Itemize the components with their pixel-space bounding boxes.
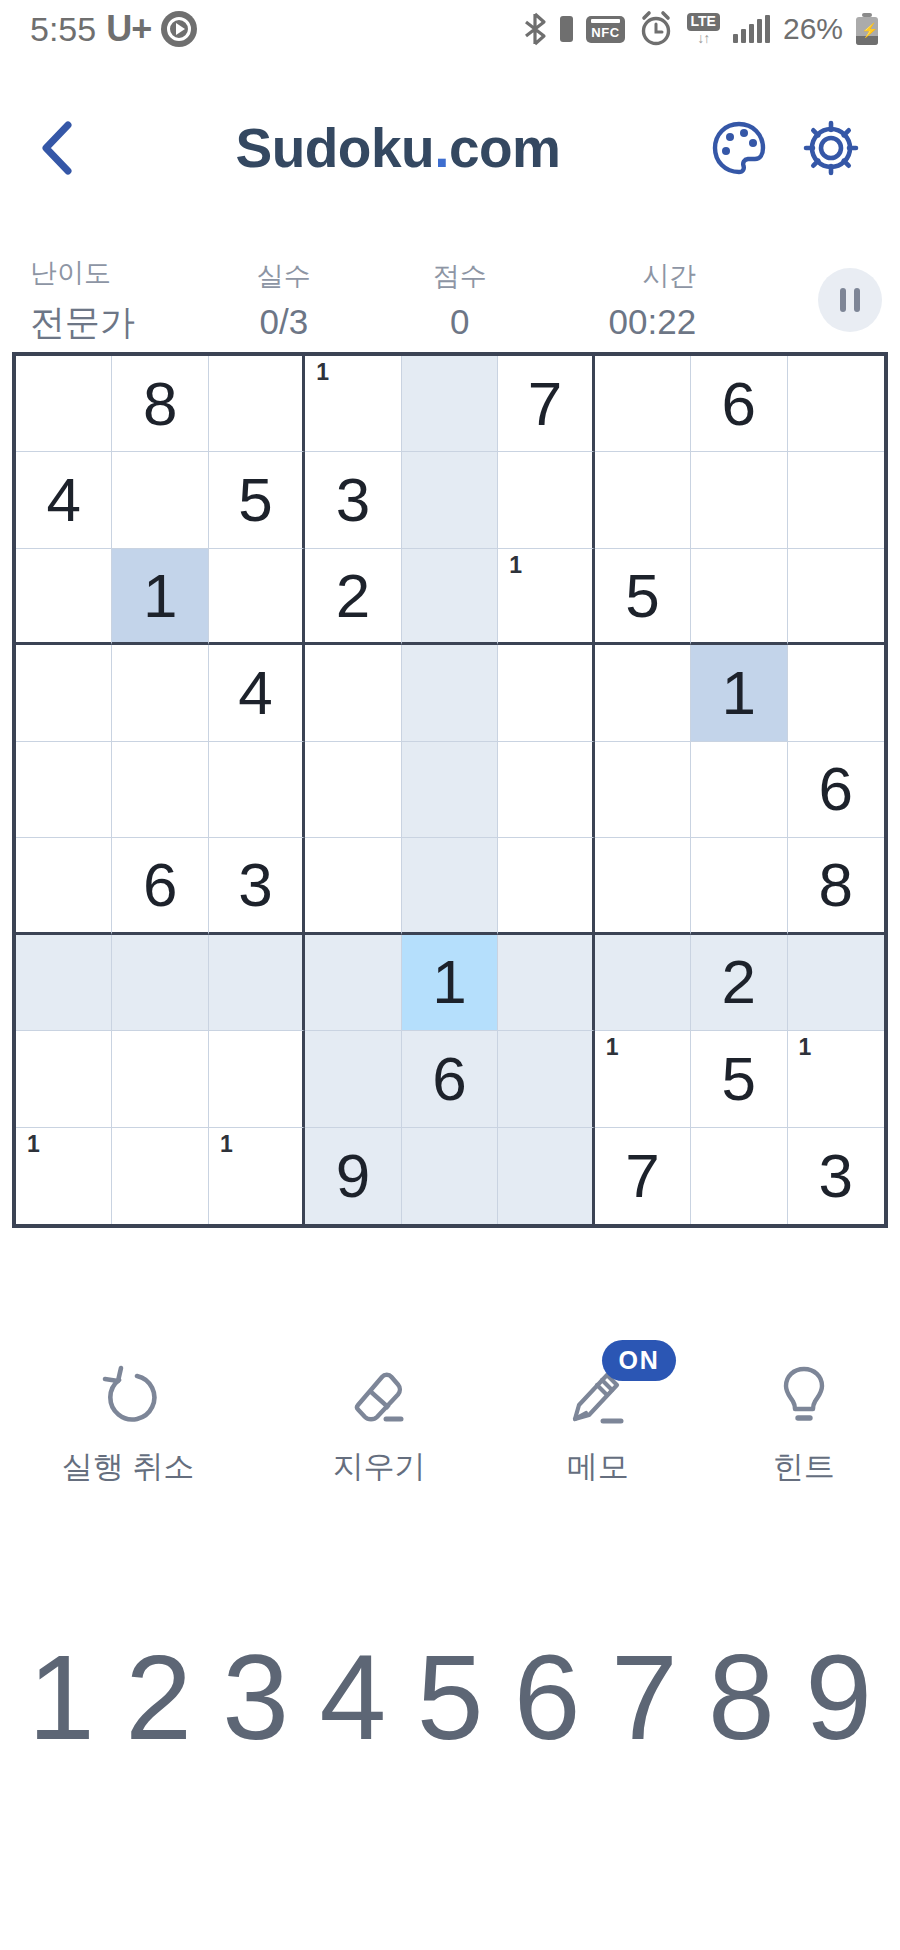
clock: 5:55 [30,10,96,49]
cell-r6c9[interactable]: 8 [788,838,884,934]
play-badge-icon [161,11,197,47]
cell-r8c4[interactable] [305,1031,401,1127]
cell-r6c6[interactable] [498,838,594,934]
cell-r3c3[interactable] [209,549,305,645]
cell-digit: 7 [625,1145,659,1207]
cell-digit: 1 [143,565,177,627]
carrier-logo: U+ [106,8,151,50]
cell-r8c2[interactable] [112,1031,208,1127]
hint-bulb-icon [770,1362,838,1430]
cell-r7c2[interactable] [112,935,208,1031]
cell-r9c1[interactable]: 1 [16,1128,112,1224]
cell-r9c2[interactable] [112,1128,208,1224]
cell-r3c6[interactable]: 1 [498,549,594,645]
cell-r2c9[interactable] [788,452,884,548]
hint-label: 힌트 [773,1446,835,1488]
cell-digit: 2 [722,951,756,1013]
cell-r5c4[interactable] [305,742,401,838]
cell-r3c4[interactable]: 2 [305,549,401,645]
cell-digit: 8 [819,854,853,916]
cell-r7c9[interactable] [788,935,884,1031]
cell-digit: 1 [722,662,756,724]
cell-r2c3[interactable]: 5 [209,452,305,548]
cell-r8c3[interactable] [209,1031,305,1127]
score-block: 점수 0 [433,258,487,342]
cell-digit: 7 [528,373,562,435]
cell-r5c1[interactable] [16,742,112,838]
score-label: 점수 [433,258,487,294]
cell-digit: 6 [432,1048,466,1110]
cell-r6c1[interactable] [16,838,112,934]
cell-r2c7[interactable] [595,452,691,548]
cell-r7c5[interactable]: 1 [402,935,498,1031]
cell-r9c7[interactable]: 7 [595,1128,691,1224]
cell-r4c3[interactable]: 4 [209,645,305,741]
cell-r6c7[interactable] [595,838,691,934]
cell-r4c9[interactable] [788,645,884,741]
cell-r1c6[interactable]: 7 [498,356,594,452]
cell-digit: 4 [238,662,272,724]
cell-r9c9[interactable]: 3 [788,1128,884,1224]
score-value: 0 [433,302,487,342]
time-block: 시간 00:22 [609,258,697,342]
mistakes-block: 실수 0/3 [257,258,311,342]
pencil-note: 1 [606,1036,619,1059]
numpad-key-5[interactable]: 5 [417,1637,484,1757]
gear-icon [802,119,860,177]
mistakes-value: 0/3 [257,302,311,342]
pencil-note: 1 [509,554,522,577]
cell-r5c6[interactable] [498,742,594,838]
status-bar: 5:55 U+ NFC LTE ↓↑ 26% ⚡ [30,6,878,52]
cell-r3c7[interactable]: 5 [595,549,691,645]
cell-digit: 4 [46,469,80,531]
pencil-note: 1 [316,361,329,384]
cell-r3c8[interactable] [691,549,787,645]
cell-r1c2[interactable]: 8 [112,356,208,452]
cell-r4c4[interactable] [305,645,401,741]
cell-r4c7[interactable] [595,645,691,741]
cell-r3c5[interactable] [402,549,498,645]
cell-r8c9[interactable]: 1 [788,1031,884,1127]
undo-button[interactable]: 실행 취소 [62,1362,195,1488]
erase-button[interactable]: 지우기 [333,1362,426,1488]
cell-r1c9[interactable] [788,356,884,452]
cell-r3c1[interactable] [16,549,112,645]
pencil-note: 1 [220,1133,233,1156]
back-button[interactable] [34,118,86,178]
cell-digit: 3 [238,854,272,916]
time-value: 00:22 [609,302,697,342]
battery-charging-icon: ⚡ [856,13,878,45]
numpad-key-6[interactable]: 6 [514,1637,581,1757]
toolbar: 실행 취소 지우기 ON 메모 [0,1362,900,1488]
cell-r2c4[interactable]: 3 [305,452,401,548]
memo-button[interactable]: ON 메모 [564,1362,632,1488]
time-label: 시간 [609,258,697,294]
undo-label: 실행 취소 [62,1446,195,1488]
cell-r7c1[interactable] [16,935,112,1031]
eraser-icon [345,1362,413,1430]
cell-r7c4[interactable] [305,935,401,1031]
numpad-key-1[interactable]: 1 [28,1637,95,1757]
memo-label: 메모 [567,1446,629,1488]
cell-r5c2[interactable] [112,742,208,838]
memo-pencil-icon: ON [564,1362,632,1430]
settings-button[interactable] [802,119,860,177]
pencil-note: 1 [799,1036,812,1059]
cell-r2c6[interactable] [498,452,594,548]
cell-r1c7[interactable] [595,356,691,452]
undo-icon [94,1362,162,1430]
hint-button[interactable]: 힌트 [770,1362,838,1488]
cell-r9c3[interactable]: 1 [209,1128,305,1224]
battery-percent: 26% [783,12,843,46]
mistakes-label: 실수 [257,258,311,294]
numpad-key-3[interactable]: 3 [222,1637,289,1757]
difficulty-label: 난이도 [30,255,135,291]
cell-r4c1[interactable] [16,645,112,741]
cell-digit: 5 [238,469,272,531]
number-pad: 123456789 [28,1612,872,1782]
cell-r7c6[interactable] [498,935,594,1031]
difficulty-block: 난이도 전문가 [30,255,135,346]
page-title: Sudoku.com [86,116,710,180]
cell-r5c8[interactable] [691,742,787,838]
cell-r5c9[interactable]: 6 [788,742,884,838]
memo-on-badge: ON [602,1340,676,1381]
cell-digit: 8 [143,373,177,435]
sudoku-board: 8176453121541663812615111973 [12,352,888,1228]
cell-r8c1[interactable] [16,1031,112,1127]
cell-r9c6[interactable] [498,1128,594,1224]
pause-icon [840,288,846,312]
cell-r9c4[interactable]: 9 [305,1128,401,1224]
cell-r2c2[interactable] [112,452,208,548]
cell-r9c5[interactable] [402,1128,498,1224]
cell-r8c7[interactable]: 1 [595,1031,691,1127]
cell-r3c9[interactable] [788,549,884,645]
cell-r6c4[interactable] [305,838,401,934]
cell-digit: 5 [722,1048,756,1110]
alarm-icon [638,10,674,48]
cell-r2c1[interactable]: 4 [16,452,112,548]
lte-icon: LTE ↓↑ [687,13,720,44]
numpad-key-7[interactable]: 7 [611,1637,678,1757]
cell-digit: 5 [625,565,659,627]
app-header: Sudoku.com [34,106,860,190]
cell-r6c3[interactable]: 3 [209,838,305,934]
cell-r4c2[interactable] [112,645,208,741]
game-info-bar: 난이도 전문가 실수 0/3 점수 0 시간 00:22 [30,252,882,348]
cell-r8c8[interactable]: 5 [691,1031,787,1127]
bluetooth-icon [523,12,547,46]
cell-digit: 6 [143,854,177,916]
numpad-key-9[interactable]: 9 [805,1637,872,1757]
cell-r5c3[interactable] [209,742,305,838]
cell-digit: 9 [336,1145,370,1207]
cell-r6c5[interactable] [402,838,498,934]
pencil-note: 1 [27,1133,40,1156]
back-chevron-icon [34,119,78,177]
cell-r5c7[interactable] [595,742,691,838]
cell-r7c3[interactable] [209,935,305,1031]
cell-r1c8[interactable]: 6 [691,356,787,452]
difficulty-value: 전문가 [30,299,135,346]
cell-r5c5[interactable] [402,742,498,838]
cell-r4c8[interactable]: 1 [691,645,787,741]
erase-label: 지우기 [333,1446,426,1488]
cell-r8c5[interactable]: 6 [402,1031,498,1127]
cell-r1c5[interactable] [402,356,498,452]
cell-r2c5[interactable] [402,452,498,548]
cell-digit: 6 [819,758,853,820]
cell-digit: 3 [819,1145,853,1207]
cell-r3c2[interactable]: 1 [112,549,208,645]
cell-r4c6[interactable] [498,645,594,741]
cell-r7c8[interactable]: 2 [691,935,787,1031]
numpad-key-4[interactable]: 4 [319,1637,386,1757]
palette-icon [710,119,768,177]
device-battery-icon [560,16,573,42]
signal-icon [733,15,770,43]
cell-r6c8[interactable] [691,838,787,934]
cell-digit: 1 [432,951,466,1013]
theme-palette-button[interactable] [710,119,768,177]
cell-r1c3[interactable] [209,356,305,452]
cell-r7c7[interactable] [595,935,691,1031]
cell-digit: 6 [722,373,756,435]
numpad-key-2[interactable]: 2 [125,1637,192,1757]
cell-r1c1[interactable] [16,356,112,452]
cell-r8c6[interactable] [498,1031,594,1127]
numpad-key-8[interactable]: 8 [708,1637,775,1757]
cell-r9c8[interactable] [691,1128,787,1224]
cell-digit: 2 [336,565,370,627]
cell-r4c5[interactable] [402,645,498,741]
cell-r1c4[interactable]: 1 [305,356,401,452]
cell-digit: 3 [336,469,370,531]
cell-r6c2[interactable]: 6 [112,838,208,934]
nfc-icon: NFC [586,16,624,43]
cell-r2c8[interactable] [691,452,787,548]
pause-button[interactable] [818,268,882,332]
